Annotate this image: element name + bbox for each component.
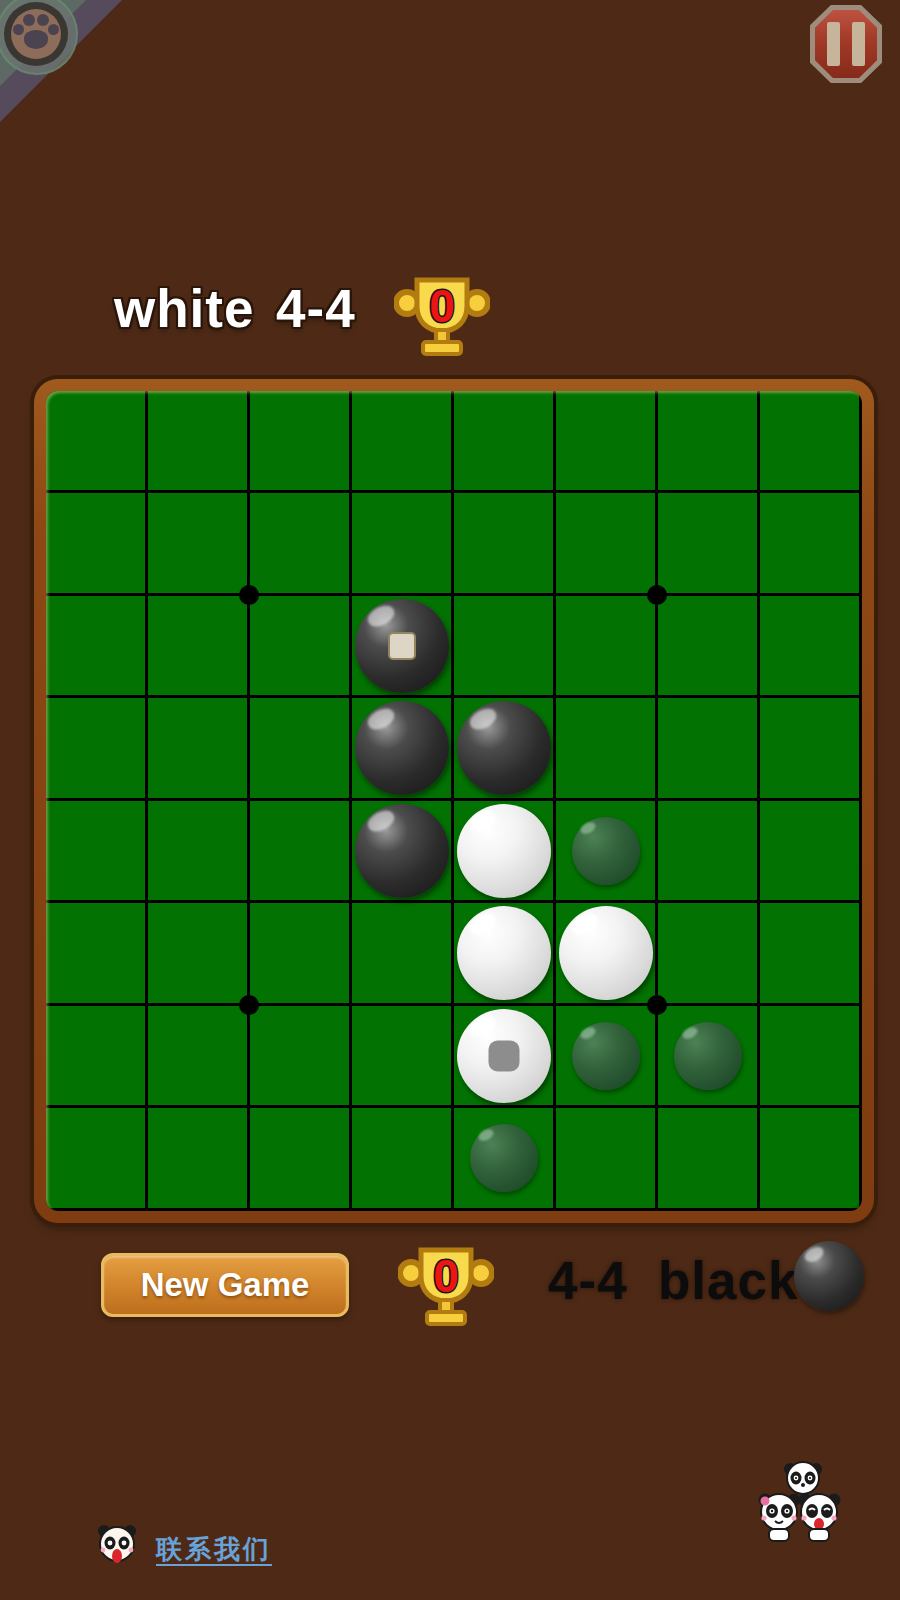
white-stone — [457, 1009, 551, 1103]
game-screen: { "game": "othello-reversi", "turn": "bl… — [0, 0, 900, 1600]
othello-board[interactable] — [46, 391, 862, 1211]
last-move-marker — [388, 632, 416, 660]
white-stone — [559, 906, 653, 1000]
black-stone — [355, 599, 449, 693]
white-stone — [457, 906, 551, 1000]
black-stone — [355, 804, 449, 898]
paw-bubble-button[interactable] — [0, 0, 140, 140]
black-player-label: black — [658, 1250, 799, 1311]
last-move-marker — [488, 1040, 519, 1071]
legal-move-hint[interactable] — [572, 817, 640, 885]
star-point — [647, 995, 667, 1015]
black-trophy-count: 0 — [433, 1250, 459, 1302]
paw-icon — [11, 9, 61, 59]
contact-us-link[interactable]: 联系我们 — [156, 1532, 272, 1567]
white-trophy-count: 0 — [429, 280, 455, 332]
panda-mascots-icon — [752, 1452, 856, 1552]
contact-panda-icon — [94, 1522, 140, 1568]
pause-button-body — [815, 10, 877, 78]
black-stone — [457, 701, 551, 795]
black-stone — [355, 701, 449, 795]
black-score: 4-4 — [548, 1250, 628, 1311]
white-stone — [457, 804, 551, 898]
star-point — [239, 995, 259, 1015]
black-player-disc — [794, 1241, 864, 1311]
board-frame — [34, 379, 874, 1223]
star-point — [647, 585, 667, 605]
pause-icon — [815, 10, 877, 78]
white-score: 4-4 — [276, 278, 356, 339]
legal-move-hint[interactable] — [572, 1022, 640, 1090]
pause-button[interactable] — [810, 5, 882, 83]
legal-move-hint[interactable] — [674, 1022, 742, 1090]
white-trophy-icon: 0 — [394, 270, 490, 356]
new-game-button[interactable]: New Game — [101, 1253, 349, 1317]
black-trophy-icon: 0 — [398, 1240, 494, 1326]
star-point — [239, 585, 259, 605]
legal-move-hint[interactable] — [470, 1124, 538, 1192]
white-player-label: white — [114, 278, 254, 339]
